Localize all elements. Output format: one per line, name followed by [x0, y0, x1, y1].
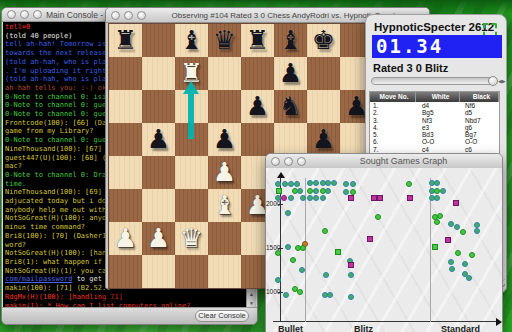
seek-point[interactable]	[294, 181, 300, 187]
square-f7[interactable]: ♟	[274, 57, 307, 90]
square-a7[interactable]	[109, 57, 142, 90]
seek-point[interactable]	[290, 257, 296, 263]
seek-point[interactable]	[300, 195, 306, 201]
square-e7[interactable]	[241, 57, 274, 90]
seek-point[interactable]	[367, 236, 373, 242]
square-e6[interactable]: ♟	[241, 90, 274, 123]
black-queen-piece: ♛	[213, 24, 236, 57]
square-b7[interactable]	[142, 57, 175, 90]
seek-point[interactable]	[313, 188, 319, 194]
seek-point[interactable]	[407, 195, 413, 201]
console-line: RdgMx(H)(100): [handling 71]	[5, 293, 246, 302]
seek-point[interactable]	[285, 210, 291, 216]
seek-point[interactable]	[299, 267, 305, 273]
console-bottom-bar: Clear Console	[2, 307, 257, 324]
square-g7[interactable]	[307, 57, 340, 90]
square-d4[interactable]: ♟	[208, 156, 241, 189]
square-b2[interactable]: ♟	[142, 222, 175, 255]
white-bishop-piece: ♝	[213, 189, 236, 222]
seek-point[interactable]	[375, 214, 381, 220]
move-row[interactable]: 4.e3g6	[370, 124, 499, 131]
seek-point[interactable]	[348, 262, 354, 268]
seek-point[interactable]	[348, 272, 354, 278]
slider-step-buttons[interactable]: ◀▶	[498, 77, 508, 85]
category-blitz: Blitz	[354, 324, 373, 332]
seek-point[interactable]	[432, 244, 438, 250]
square-a8[interactable]: ♜	[109, 24, 142, 57]
zoom-button[interactable]	[297, 157, 306, 166]
square-a3[interactable]	[109, 189, 142, 222]
square-b4[interactable]	[142, 156, 175, 189]
seek-point[interactable]	[466, 275, 472, 281]
seek-point[interactable]	[322, 228, 328, 234]
seek-point[interactable]	[325, 188, 331, 194]
seek-point[interactable]	[371, 195, 377, 201]
desktop: Main Console - A tell=0(told 40 people)t…	[0, 0, 512, 332]
square-f5[interactable]	[274, 123, 307, 156]
seek-point[interactable]	[453, 200, 459, 206]
black-pawn-piece: ♟	[279, 57, 302, 90]
move-row[interactable]: 1.d4Nf6	[370, 102, 499, 109]
seek-point[interactable]	[335, 249, 341, 255]
scroll-up-icon[interactable]: ▲	[247, 290, 256, 299]
square-b5[interactable]: ♟	[142, 123, 175, 156]
seek-point[interactable]	[282, 181, 288, 187]
black-bishop-piece: ♝	[180, 24, 203, 57]
square-a6[interactable]	[109, 90, 142, 123]
seek-point[interactable]	[281, 195, 287, 201]
square-c5[interactable]	[175, 123, 208, 156]
square-c7[interactable]: ♜	[175, 57, 208, 90]
black-rook-piece: ♜	[114, 24, 137, 57]
seek-point[interactable]	[307, 188, 313, 194]
square-c3[interactable]	[175, 189, 208, 222]
square-f8[interactable]: ♝	[274, 24, 307, 57]
seek-point[interactable]	[320, 195, 326, 201]
seek-point[interactable]	[285, 244, 291, 250]
square-a1[interactable]	[109, 255, 142, 288]
seek-point[interactable]	[307, 180, 313, 186]
ytick-1000: 1000	[266, 288, 277, 295]
seek-point[interactable]	[454, 224, 460, 230]
white-pawn-piece: ♟	[147, 222, 170, 255]
seek-point[interactable]	[448, 259, 454, 265]
seek-point[interactable]	[307, 195, 313, 201]
square-f6[interactable]: ♞	[274, 90, 307, 123]
seek-point[interactable]	[434, 180, 440, 186]
black-king-piece: ♚	[312, 24, 335, 57]
black-pawn-piece: ♟	[312, 123, 335, 156]
x-axis-arrow-icon	[496, 318, 502, 326]
square-a5[interactable]	[109, 123, 142, 156]
player-name-rating: HypnoticSpecter 2612	[374, 21, 494, 33]
seek-point[interactable]	[276, 188, 282, 194]
square-d8[interactable]: ♛	[208, 24, 241, 57]
seek-point[interactable]	[460, 229, 466, 235]
seek-point[interactable]	[297, 289, 303, 295]
white-queen-piece: ♛	[180, 222, 203, 255]
move-row[interactable]: 2.Bg5d5	[370, 109, 499, 116]
square-d1[interactable]	[208, 255, 241, 288]
seek-point[interactable]	[350, 181, 356, 187]
square-d6[interactable]	[208, 90, 241, 123]
seek-point[interactable]	[437, 213, 443, 219]
player-clock: 01.34	[372, 35, 502, 58]
seek-point[interactable]	[474, 228, 480, 234]
close-button[interactable]	[111, 11, 120, 20]
sought-games-window: Sought Games Graph 2000 1500 1000 Bullet…	[265, 153, 503, 332]
black-bishop-piece: ♝	[279, 24, 302, 57]
square-d2[interactable]	[208, 222, 241, 255]
move-row[interactable]: 6.O-OO-O	[370, 138, 499, 145]
seek-point[interactable]	[445, 237, 451, 243]
seek-point[interactable]	[377, 195, 383, 201]
square-c2[interactable]: ♛	[175, 222, 208, 255]
seek-point[interactable]	[434, 195, 440, 201]
square-e5[interactable]	[241, 123, 274, 156]
square-d5[interactable]: ♟	[208, 123, 241, 156]
graph-titlebar: Sought Games Graph	[266, 154, 502, 169]
zoom-button[interactable]	[137, 11, 146, 20]
square-d3[interactable]: ♝	[208, 189, 241, 222]
col-white: White	[416, 92, 460, 102]
col-move-no: Move No.	[370, 92, 416, 102]
white-pawn-piece: ♟	[213, 156, 236, 189]
move-row[interactable]: 7.c4c6	[370, 146, 499, 153]
seek-point[interactable]	[325, 180, 331, 186]
minimize-button[interactable]	[284, 157, 293, 166]
zoom-button[interactable]	[33, 10, 42, 19]
white-pawn-piece: ♟	[114, 222, 137, 255]
square-e8[interactable]: ♜	[241, 24, 274, 57]
seek-point[interactable]	[313, 180, 319, 186]
col-black: Black	[460, 92, 499, 102]
square-g5[interactable]: ♟	[307, 123, 340, 156]
move-slider[interactable]	[371, 77, 495, 85]
game-type-label: Rated 3 0 Blitz	[373, 62, 448, 74]
seek-point[interactable]	[449, 266, 455, 272]
seek-point[interactable]	[455, 250, 461, 256]
slider-thumb[interactable]	[488, 76, 498, 86]
seek-point[interactable]	[327, 292, 333, 298]
close-button[interactable]	[271, 157, 280, 166]
seek-point[interactable]	[297, 188, 303, 194]
black-rook-piece: ♜	[246, 24, 269, 57]
clear-console-button[interactable]: Clear Console	[195, 310, 249, 322]
move-list-header: Move No. White Black	[370, 92, 499, 102]
black-pawn-piece: ♟	[147, 123, 170, 156]
move-row[interactable]: 5.Bd3Bg7	[370, 131, 499, 138]
black-pawn-piece: ♟	[246, 90, 269, 123]
ytick-2000: 2000	[266, 200, 277, 207]
black-pawn-piece: ♟	[213, 123, 236, 156]
seek-point[interactable]	[434, 219, 440, 225]
category-standard: Standard	[441, 324, 480, 332]
seek-graph-plot: 2000 1500 1000 Bullet Blitz Standard	[266, 168, 502, 332]
y-axis-arrow-icon	[277, 172, 285, 178]
minimize-button[interactable]	[124, 11, 133, 20]
black-knight-piece: ♞	[279, 90, 302, 123]
square-c6[interactable]	[175, 90, 208, 123]
close-button[interactable]	[7, 10, 16, 19]
move-list-body: 1.d4Nf62.Bg5d53.Nf3Nbd74.e3g65.Bd3Bg76.O…	[370, 102, 499, 153]
graph-window-title: Sought Games Graph	[310, 156, 497, 166]
seek-point[interactable]	[440, 188, 446, 194]
seek-point[interactable]	[323, 272, 329, 278]
seek-point[interactable]	[288, 195, 294, 201]
seek-point[interactable]	[406, 181, 412, 187]
seek-point[interactable]	[331, 180, 337, 186]
minimize-button[interactable]	[20, 10, 29, 19]
white-rook-piece: ♜	[180, 57, 203, 90]
square-d7[interactable]	[208, 57, 241, 90]
seek-point[interactable]	[348, 195, 354, 201]
square-c8[interactable]: ♝	[175, 24, 208, 57]
square-a4[interactable]	[109, 156, 142, 189]
seek-point[interactable]	[462, 261, 468, 267]
square-g6[interactable]	[307, 90, 340, 123]
seek-point[interactable]	[283, 292, 289, 298]
x-axis	[273, 321, 497, 322]
seek-point[interactable]	[348, 294, 354, 300]
square-b3[interactable]	[142, 189, 175, 222]
square-b8[interactable]	[142, 24, 175, 57]
square-c1[interactable]	[175, 255, 208, 288]
seek-point[interactable]	[313, 195, 319, 201]
move-row[interactable]: 3.Nf3Nbd7	[370, 117, 499, 124]
seek-point[interactable]	[469, 252, 475, 258]
console-title: Main Console - A	[46, 10, 111, 20]
category-bullet: Bullet	[278, 324, 303, 332]
square-b6[interactable]	[142, 90, 175, 123]
square-b1[interactable]	[142, 255, 175, 288]
square-c4[interactable]	[175, 156, 208, 189]
seek-point[interactable]	[343, 181, 349, 187]
square-g8[interactable]: ♚	[307, 24, 340, 57]
square-a2[interactable]: ♟	[109, 222, 142, 255]
